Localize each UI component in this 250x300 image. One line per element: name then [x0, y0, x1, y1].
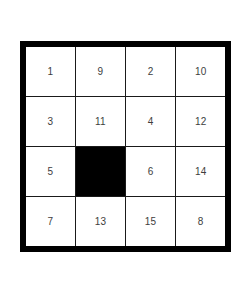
- tile[interactable]: 10: [176, 47, 225, 96]
- tile[interactable]: 2: [126, 47, 175, 96]
- tile[interactable]: 4: [126, 97, 175, 146]
- tile[interactable]: 14: [176, 147, 225, 196]
- tile[interactable]: 3: [26, 97, 75, 146]
- tile[interactable]: 6: [126, 147, 175, 196]
- tile[interactable]: 1: [26, 47, 75, 96]
- puzzle-board: 1 9 2 10 3 11 4 12 5 6 14 7 13 15 8: [20, 41, 231, 252]
- tile[interactable]: 12: [176, 97, 225, 146]
- tile[interactable]: 7: [26, 197, 75, 246]
- blank-cell: [76, 147, 125, 196]
- tile[interactable]: 8: [176, 197, 225, 246]
- tile[interactable]: 11: [76, 97, 125, 146]
- tile[interactable]: 5: [26, 147, 75, 196]
- tile[interactable]: 13: [76, 197, 125, 246]
- tile[interactable]: 15: [126, 197, 175, 246]
- tile[interactable]: 9: [76, 47, 125, 96]
